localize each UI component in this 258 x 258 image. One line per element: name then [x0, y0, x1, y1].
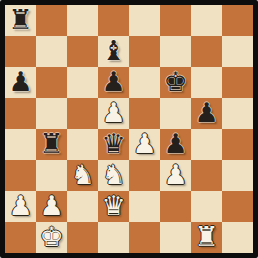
square-c6[interactable] [67, 67, 98, 98]
square-c2[interactable] [67, 191, 98, 222]
square-f4[interactable]: ♟ [160, 129, 191, 160]
black-rook[interactable]: ♜ [8, 4, 32, 35]
square-e1[interactable] [129, 222, 160, 253]
square-g8[interactable] [191, 5, 222, 36]
black-pawn[interactable]: ♟ [163, 128, 187, 159]
white-pawn[interactable]: ♟ [163, 159, 187, 190]
square-h4[interactable] [222, 129, 253, 160]
square-d1[interactable] [98, 222, 129, 253]
square-e3[interactable] [129, 160, 160, 191]
square-b5[interactable] [36, 98, 67, 129]
square-b8[interactable] [36, 5, 67, 36]
square-f2[interactable] [160, 191, 191, 222]
square-c5[interactable] [67, 98, 98, 129]
square-h2[interactable] [222, 191, 253, 222]
square-a5[interactable] [5, 98, 36, 129]
square-h8[interactable] [222, 5, 253, 36]
square-d8[interactable] [98, 5, 129, 36]
square-b3[interactable] [36, 160, 67, 191]
square-g2[interactable] [191, 191, 222, 222]
square-d6[interactable]: ♟ [98, 67, 129, 98]
square-e6[interactable] [129, 67, 160, 98]
square-e2[interactable] [129, 191, 160, 222]
square-f7[interactable] [160, 36, 191, 67]
square-c7[interactable] [67, 36, 98, 67]
square-a6[interactable]: ♟ [5, 67, 36, 98]
square-g1[interactable]: ♜ [191, 222, 222, 253]
square-a3[interactable] [5, 160, 36, 191]
black-pawn[interactable]: ♟ [194, 97, 218, 128]
square-e7[interactable] [129, 36, 160, 67]
white-pawn[interactable]: ♟ [132, 128, 156, 159]
square-c3[interactable]: ♞ [67, 160, 98, 191]
black-queen[interactable]: ♛ [101, 128, 125, 159]
square-a7[interactable] [5, 36, 36, 67]
square-d2[interactable]: ♛ [98, 191, 129, 222]
square-a8[interactable]: ♜ [5, 5, 36, 36]
white-pawn[interactable]: ♟ [8, 190, 32, 221]
white-pawn[interactable]: ♟ [101, 97, 125, 128]
chess-board: ♜♝♟♟♚♟♟♜♛♟♟♞♞♟♟♟♛♚♜ [5, 5, 253, 253]
square-b1[interactable]: ♚ [36, 222, 67, 253]
white-pawn[interactable]: ♟ [39, 190, 63, 221]
square-b6[interactable] [36, 67, 67, 98]
black-bishop[interactable]: ♝ [101, 35, 125, 66]
square-f6[interactable]: ♚ [160, 67, 191, 98]
square-b7[interactable] [36, 36, 67, 67]
square-f3[interactable]: ♟ [160, 160, 191, 191]
square-a4[interactable] [5, 129, 36, 160]
square-e4[interactable]: ♟ [129, 129, 160, 160]
square-f1[interactable] [160, 222, 191, 253]
square-h3[interactable] [222, 160, 253, 191]
white-knight[interactable]: ♞ [101, 159, 125, 190]
square-g4[interactable] [191, 129, 222, 160]
white-queen[interactable]: ♛ [101, 190, 125, 221]
square-h6[interactable] [222, 67, 253, 98]
square-b4[interactable]: ♜ [36, 129, 67, 160]
black-king[interactable]: ♚ [163, 66, 187, 97]
square-e5[interactable] [129, 98, 160, 129]
square-h5[interactable] [222, 98, 253, 129]
square-g3[interactable] [191, 160, 222, 191]
white-rook[interactable]: ♜ [194, 221, 218, 252]
black-rook[interactable]: ♜ [39, 128, 63, 159]
white-knight[interactable]: ♞ [70, 159, 94, 190]
square-f8[interactable] [160, 5, 191, 36]
square-c4[interactable] [67, 129, 98, 160]
square-c1[interactable] [67, 222, 98, 253]
square-c8[interactable] [67, 5, 98, 36]
square-h1[interactable] [222, 222, 253, 253]
square-g6[interactable] [191, 67, 222, 98]
square-f5[interactable] [160, 98, 191, 129]
square-a2[interactable]: ♟ [5, 191, 36, 222]
black-pawn[interactable]: ♟ [8, 66, 32, 97]
black-pawn[interactable]: ♟ [101, 66, 125, 97]
square-g7[interactable] [191, 36, 222, 67]
white-king[interactable]: ♚ [39, 221, 63, 252]
square-g5[interactable]: ♟ [191, 98, 222, 129]
square-a1[interactable] [5, 222, 36, 253]
square-d7[interactable]: ♝ [98, 36, 129, 67]
chess-board-frame: ♜♝♟♟♚♟♟♜♛♟♟♞♞♟♟♟♛♚♜ [0, 0, 258, 258]
square-d3[interactable]: ♞ [98, 160, 129, 191]
square-d4[interactable]: ♛ [98, 129, 129, 160]
square-b2[interactable]: ♟ [36, 191, 67, 222]
square-d5[interactable]: ♟ [98, 98, 129, 129]
square-h7[interactable] [222, 36, 253, 67]
square-e8[interactable] [129, 5, 160, 36]
